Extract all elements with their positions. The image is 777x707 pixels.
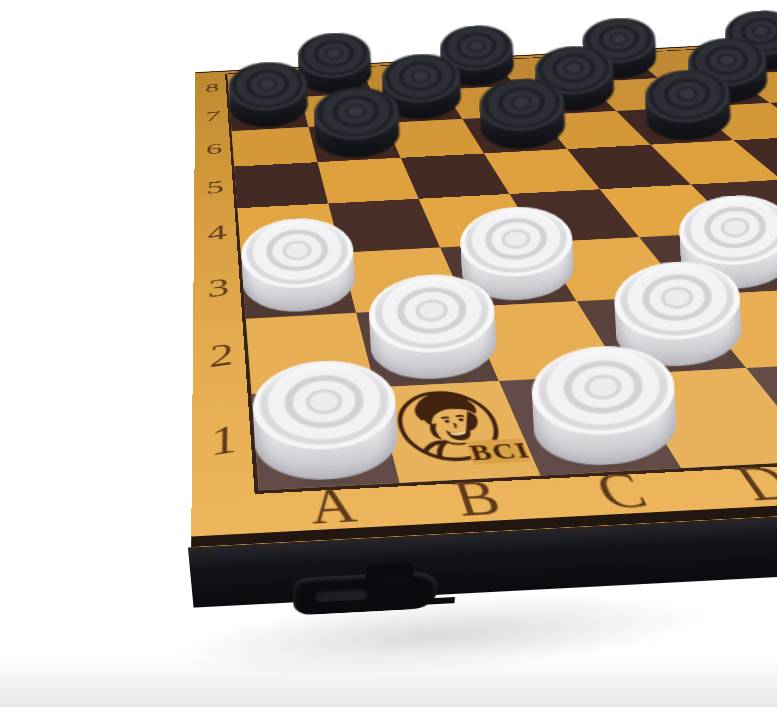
rank-label-3: 3	[191, 271, 248, 305]
perspective-scene: ВСП ABCDEFGH12345678	[173, 0, 777, 613]
checker-white-a3	[240, 216, 357, 315]
square-a5	[234, 162, 328, 208]
latch-slot	[315, 587, 368, 602]
checkers-product-photo: ВСП ABCDEFGH12345678	[0, 0, 777, 707]
photo-tilt-wrapper: ВСП ABCDEFGH12345678	[0, 0, 777, 707]
rank-label-1: 1	[188, 414, 260, 467]
rank-label-6: 6	[192, 139, 235, 159]
latch-tab	[366, 562, 415, 580]
square-d5	[484, 149, 600, 194]
logo-text: ВСП	[466, 437, 537, 465]
square-a3	[241, 253, 356, 319]
square-b6	[309, 123, 401, 162]
checker-black-b8	[296, 31, 372, 95]
latch-clasp	[293, 571, 439, 616]
square-a6	[232, 127, 318, 166]
rank-label-7: 7	[193, 107, 233, 124]
square-b5	[318, 158, 419, 204]
checker-white-a1	[251, 357, 400, 483]
checker-black-b6	[312, 85, 400, 160]
checker-black-f6	[643, 68, 731, 143]
checker-black-d6	[478, 76, 566, 151]
latch-notch	[413, 578, 458, 605]
rank-label-4: 4	[191, 219, 243, 247]
rank-label-2: 2	[190, 335, 254, 376]
square-a1	[252, 388, 400, 491]
checker-black-a7	[227, 60, 309, 129]
rank-label-8: 8	[193, 80, 230, 95]
board-3d: ВСП ABCDEFGH12345678	[191, 42, 777, 547]
rank-label-5: 5	[192, 176, 239, 199]
board-grid: ВСП	[227, 46, 777, 490]
square-a7	[229, 97, 308, 131]
checkers-board: ВСП ABCDEFGH12345678	[191, 42, 777, 547]
checker-white-c1	[530, 343, 679, 469]
